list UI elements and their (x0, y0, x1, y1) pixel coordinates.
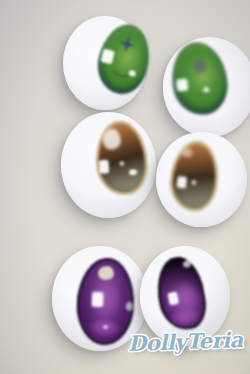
doll-eyes-photo: DollyTeria (0, 0, 250, 374)
small-highlight (119, 161, 124, 166)
doll-eye-green-right (163, 37, 250, 137)
star-sparkle (118, 34, 137, 55)
small-highlight (203, 87, 209, 93)
window-highlight (177, 79, 188, 91)
window-highlight (168, 292, 179, 305)
large-highlight (102, 128, 121, 150)
window-highlight (177, 176, 187, 188)
cream-highlight (98, 266, 114, 281)
doll-eye-green-left (63, 16, 147, 110)
dollyteria-watermark: DollyTeria (128, 327, 243, 356)
large-highlight (181, 148, 193, 158)
small-highlight (129, 169, 137, 176)
small-highlight (126, 302, 133, 311)
star-sparkle (193, 59, 206, 74)
small-highlight (191, 180, 196, 185)
small-highlight (103, 325, 108, 329)
window-highlight (99, 160, 109, 174)
window-highlight (101, 49, 115, 64)
window-highlight (92, 293, 103, 307)
doll-eye-brown-left (61, 112, 156, 218)
doll-eye-brown-right (156, 132, 247, 227)
